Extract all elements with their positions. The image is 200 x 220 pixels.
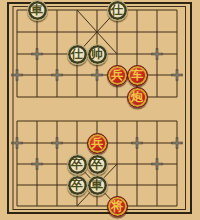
piece-tan-advisor-d8[interactable]: 仕 [67, 44, 88, 65]
piece-red-soldier-f7[interactable]: 兵 [107, 65, 128, 86]
piece-red-general-f1[interactable]: 将 [107, 196, 128, 217]
piece-red-cannon-g6[interactable]: 炮 [127, 87, 148, 108]
piece-tan-chariot-e2[interactable]: 車 [87, 175, 108, 196]
piece-tan-soldier-d2[interactable]: 卒 [67, 175, 88, 196]
piece-tan-general-e8[interactable]: 帅 [87, 44, 108, 65]
piece-tan-advisor-f10[interactable]: 仕 [107, 0, 128, 21]
piece-red-soldier-e4[interactable]: 兵 [87, 133, 108, 154]
piece-red-chariot-g7[interactable]: 车 [127, 65, 148, 86]
xiangqi-board[interactable]: 車仕仕帅兵车炮兵卒卒卒車将 [0, 0, 200, 220]
piece-tan-soldier-e3[interactable]: 卒 [87, 154, 108, 175]
piece-tan-soldier-d3[interactable]: 卒 [67, 154, 88, 175]
piece-tan-chariot-b10[interactable]: 車 [27, 0, 48, 21]
